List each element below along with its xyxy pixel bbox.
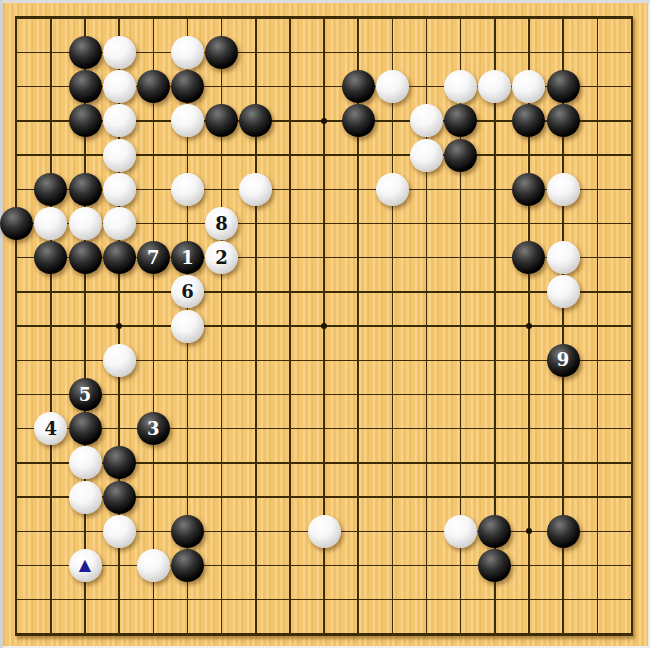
- move-number-label: 9: [557, 351, 570, 369]
- stone-white[interactable]: [547, 275, 580, 308]
- stone-white[interactable]: 8: [205, 207, 238, 240]
- stone-white[interactable]: [103, 139, 136, 172]
- stone-white[interactable]: [103, 207, 136, 240]
- stone-black[interactable]: [137, 70, 170, 103]
- move-number-label: 5: [79, 386, 92, 404]
- stone-black[interactable]: [547, 104, 580, 137]
- stone-black[interactable]: [342, 70, 375, 103]
- stone-black[interactable]: [171, 70, 204, 103]
- stone-black[interactable]: 3: [137, 412, 170, 445]
- move-number-label: 4: [45, 420, 58, 438]
- stone-black[interactable]: [69, 412, 102, 445]
- stone-black[interactable]: [69, 70, 102, 103]
- stone-white[interactable]: [69, 207, 102, 240]
- stone-black[interactable]: [478, 515, 511, 548]
- stone-white[interactable]: [69, 446, 102, 479]
- stone-white[interactable]: [308, 515, 341, 548]
- star-point: [526, 323, 532, 329]
- stone-white[interactable]: [103, 36, 136, 69]
- move-number-label: 7: [147, 249, 160, 267]
- move-number-label: 3: [147, 420, 160, 438]
- stone-black[interactable]: [69, 36, 102, 69]
- stone-white[interactable]: ▲: [69, 549, 102, 582]
- stone-white[interactable]: [171, 310, 204, 343]
- stone-black[interactable]: [547, 70, 580, 103]
- stone-white[interactable]: [103, 104, 136, 137]
- stone-black[interactable]: [171, 549, 204, 582]
- move-number-label: 2: [215, 249, 228, 267]
- stone-black[interactable]: [69, 241, 102, 274]
- stone-black[interactable]: [103, 481, 136, 514]
- move-number-label: 1: [181, 249, 194, 267]
- stone-black[interactable]: [444, 139, 477, 172]
- stone-black[interactable]: [547, 515, 580, 548]
- stone-white[interactable]: [239, 173, 272, 206]
- stone-black[interactable]: [205, 36, 238, 69]
- stone-white[interactable]: [376, 70, 409, 103]
- stone-black[interactable]: 5: [69, 378, 102, 411]
- stone-white[interactable]: [69, 481, 102, 514]
- stone-white[interactable]: [171, 36, 204, 69]
- move-number-label: 8: [215, 215, 228, 233]
- stone-white[interactable]: [376, 173, 409, 206]
- stone-black[interactable]: 9: [547, 344, 580, 377]
- stone-black[interactable]: [34, 173, 67, 206]
- stone-black[interactable]: 1: [171, 241, 204, 274]
- stone-black[interactable]: [69, 104, 102, 137]
- stone-white[interactable]: [444, 515, 477, 548]
- star-point: [321, 118, 327, 124]
- stone-white[interactable]: [547, 241, 580, 274]
- stone-white[interactable]: [137, 549, 170, 582]
- stone-black[interactable]: 7: [137, 241, 170, 274]
- stone-black[interactable]: [69, 173, 102, 206]
- stone-white[interactable]: [103, 173, 136, 206]
- stone-white[interactable]: [103, 344, 136, 377]
- stone-white[interactable]: [547, 173, 580, 206]
- move-number-label: 6: [181, 283, 194, 301]
- triangle-marker: ▲: [79, 557, 91, 573]
- stone-black[interactable]: [342, 104, 375, 137]
- go-board[interactable]: 871269543▲: [0, 0, 650, 648]
- stone-black[interactable]: [171, 515, 204, 548]
- stone-black[interactable]: [103, 446, 136, 479]
- stone-white[interactable]: [103, 515, 136, 548]
- stone-black[interactable]: [0, 207, 33, 240]
- stone-white[interactable]: [103, 70, 136, 103]
- stone-white[interactable]: [410, 139, 443, 172]
- stone-white[interactable]: [171, 173, 204, 206]
- stone-black[interactable]: [103, 241, 136, 274]
